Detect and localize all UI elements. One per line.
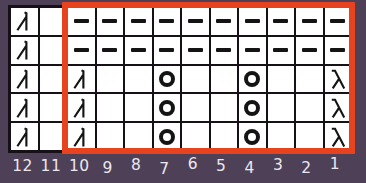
chart-cell <box>153 122 182 151</box>
column-number: 1 <box>330 157 340 173</box>
decrease-person-icon <box>12 67 36 91</box>
chart-cell <box>124 93 153 122</box>
chart-cell <box>295 122 324 151</box>
purl-icon <box>216 48 231 52</box>
column-number: 10 <box>69 159 90 175</box>
yarn-over-icon <box>159 71 175 87</box>
purl-icon <box>102 19 117 23</box>
chart-cell <box>181 7 210 36</box>
chart-cell <box>39 122 68 151</box>
chart-cell <box>10 93 39 122</box>
chart-cell <box>181 65 210 94</box>
chart-cell <box>238 93 267 122</box>
column-number: 12 <box>12 159 33 175</box>
purl-icon <box>245 48 260 52</box>
chart-cell <box>10 65 39 94</box>
decrease-person-icon <box>12 125 36 149</box>
chart-cell <box>153 7 182 36</box>
chart-cell <box>124 36 153 65</box>
purl-icon <box>188 19 203 23</box>
decrease-person-icon <box>69 67 93 91</box>
purl-icon <box>302 19 317 23</box>
yarn-over-icon <box>159 100 175 116</box>
chart-cell <box>324 93 353 122</box>
decrease-person-icon <box>12 96 36 120</box>
chart-cell <box>324 65 353 94</box>
chart-cell <box>238 7 267 36</box>
chart-cell <box>210 65 239 94</box>
chart-cell <box>181 36 210 65</box>
chart-cell <box>67 65 96 94</box>
chart-cell <box>39 65 68 94</box>
chart-cell <box>267 93 296 122</box>
chart-cell <box>295 36 324 65</box>
decrease-person-icon <box>12 38 36 62</box>
chart-cell <box>10 36 39 65</box>
chart-cell <box>96 122 125 151</box>
decrease-person-icon <box>69 125 93 149</box>
chart-cell <box>267 65 296 94</box>
chart-cell <box>153 36 182 65</box>
chart-cell <box>210 122 239 151</box>
chart-cell <box>210 7 239 36</box>
chart-cell <box>324 36 353 65</box>
chart-cell <box>267 7 296 36</box>
purl-icon <box>159 19 174 23</box>
column-number: 6 <box>188 157 198 173</box>
chart-cell <box>39 7 68 36</box>
purl-icon <box>131 19 146 23</box>
knitting-chart: 121110987654321 <box>0 0 366 183</box>
chart-grid <box>8 5 354 153</box>
chart-cell <box>295 65 324 94</box>
purl-icon <box>74 19 89 23</box>
chart-cell <box>96 36 125 65</box>
yarn-over-icon <box>159 129 175 145</box>
chart-cell <box>39 36 68 65</box>
column-number: 5 <box>216 159 226 175</box>
chart-cell <box>67 7 96 36</box>
chart-cell <box>267 36 296 65</box>
chart-cell <box>181 93 210 122</box>
chart-cell <box>267 122 296 151</box>
decrease-person-icon <box>69 96 93 120</box>
chart-cell <box>295 7 324 36</box>
chart-cell <box>10 122 39 151</box>
column-number: 9 <box>103 161 113 177</box>
column-number: 11 <box>41 159 62 175</box>
chart-cell <box>96 65 125 94</box>
purl-icon <box>302 48 317 52</box>
chart-cell <box>67 122 96 151</box>
purl-icon <box>74 48 89 52</box>
chart-cell <box>67 36 96 65</box>
purl-icon <box>245 19 260 23</box>
chart-cell <box>324 122 353 151</box>
purl-icon <box>131 48 146 52</box>
chart-cell <box>181 122 210 151</box>
purl-icon <box>159 48 174 52</box>
decrease-lambda-icon <box>326 125 350 149</box>
chart-cell <box>10 7 39 36</box>
chart-cell <box>67 93 96 122</box>
column-number: 4 <box>245 161 255 177</box>
decrease-lambda-icon <box>326 96 350 120</box>
purl-icon <box>330 48 345 52</box>
yarn-over-icon <box>244 100 260 116</box>
chart-cell <box>124 65 153 94</box>
purl-icon <box>330 19 345 23</box>
purl-icon <box>273 48 288 52</box>
purl-icon <box>102 48 117 52</box>
chart-cell <box>124 7 153 36</box>
purl-icon <box>216 19 231 23</box>
decrease-lambda-icon <box>326 67 350 91</box>
column-number: 7 <box>159 162 169 178</box>
chart-cell <box>124 122 153 151</box>
chart-cell <box>238 122 267 151</box>
chart-cell <box>153 65 182 94</box>
chart-cell <box>238 36 267 65</box>
purl-icon <box>188 48 203 52</box>
chart-cell <box>324 7 353 36</box>
chart-cell <box>153 93 182 122</box>
chart-cell <box>39 93 68 122</box>
chart-cell <box>295 93 324 122</box>
chart-cell <box>238 65 267 94</box>
yarn-over-icon <box>244 71 260 87</box>
chart-cell <box>96 7 125 36</box>
yarn-over-icon <box>244 129 260 145</box>
column-number: 3 <box>273 158 283 174</box>
chart-cell <box>210 36 239 65</box>
chart-cell <box>210 93 239 122</box>
chart-cell <box>96 93 125 122</box>
column-number: 2 <box>301 161 311 177</box>
purl-icon <box>273 19 288 23</box>
column-number: 8 <box>131 158 141 174</box>
decrease-person-icon <box>12 9 36 33</box>
